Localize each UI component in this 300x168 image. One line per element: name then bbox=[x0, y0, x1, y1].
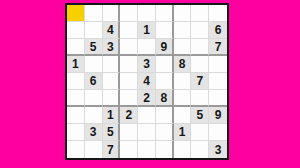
cell-r3c5[interactable] bbox=[138, 39, 156, 56]
given-digit: 3 bbox=[107, 41, 114, 53]
cell-r9c4[interactable] bbox=[120, 141, 138, 158]
given-digit: 8 bbox=[179, 58, 186, 70]
cell-r2c3[interactable]: 4 bbox=[103, 22, 121, 39]
cell-r9c9[interactable]: 3 bbox=[209, 141, 227, 158]
given-digit: 9 bbox=[160, 41, 167, 53]
cell-r4c1[interactable]: 1 bbox=[67, 56, 85, 73]
cell-r8c2[interactable]: 3 bbox=[85, 124, 103, 141]
cell-r2c2[interactable] bbox=[85, 22, 103, 39]
cell-r9c5[interactable] bbox=[138, 141, 156, 158]
cell-r8c1[interactable] bbox=[67, 124, 85, 141]
cell-r6c8[interactable] bbox=[191, 90, 209, 107]
given-digit: 3 bbox=[143, 58, 150, 70]
cell-r8c5[interactable] bbox=[138, 124, 156, 141]
cell-r8c4[interactable] bbox=[120, 124, 138, 141]
cell-r6c2[interactable] bbox=[85, 90, 103, 107]
cell-r1c3[interactable] bbox=[103, 5, 121, 22]
cell-r1c6[interactable] bbox=[156, 5, 174, 22]
cell-r2c9[interactable]: 6 bbox=[209, 22, 227, 39]
cell-r7c4[interactable]: 2 bbox=[120, 107, 138, 124]
cell-r5c3[interactable] bbox=[103, 73, 121, 90]
cell-r7c3[interactable]: 1 bbox=[103, 107, 121, 124]
cell-r4c2[interactable] bbox=[85, 56, 103, 73]
cell-r5c2[interactable]: 6 bbox=[85, 73, 103, 90]
cell-r5c9[interactable] bbox=[209, 73, 227, 90]
cell-r1c8[interactable] bbox=[191, 5, 209, 22]
given-digit: 5 bbox=[196, 109, 203, 121]
cell-r9c3[interactable]: 7 bbox=[103, 141, 121, 158]
cell-r2c4[interactable] bbox=[120, 22, 138, 39]
given-digit: 1 bbox=[72, 58, 79, 70]
given-digit: 5 bbox=[90, 41, 97, 53]
given-digit: 4 bbox=[143, 75, 150, 87]
given-digit: 4 bbox=[107, 24, 114, 36]
given-digit: 5 bbox=[107, 126, 114, 138]
cell-r8c3[interactable]: 5 bbox=[103, 124, 121, 141]
cell-r8c7[interactable]: 1 bbox=[174, 124, 192, 141]
given-digit: 7 bbox=[215, 41, 222, 53]
cell-r2c8[interactable] bbox=[191, 22, 209, 39]
cell-r9c2[interactable] bbox=[85, 141, 103, 158]
cell-r7c9[interactable]: 9 bbox=[209, 107, 227, 124]
cell-r1c2[interactable] bbox=[85, 5, 103, 22]
given-digit: 2 bbox=[125, 109, 132, 121]
cell-r7c5[interactable] bbox=[138, 107, 156, 124]
cell-r6c1[interactable] bbox=[67, 90, 85, 107]
cell-r6c5[interactable]: 2 bbox=[138, 90, 156, 107]
cell-r4c5[interactable]: 3 bbox=[138, 56, 156, 73]
cell-r3c1[interactable] bbox=[67, 39, 85, 56]
cell-r3c4[interactable] bbox=[120, 39, 138, 56]
cell-r7c6[interactable] bbox=[156, 107, 174, 124]
cell-r4c3[interactable] bbox=[103, 56, 121, 73]
cell-r4c9[interactable] bbox=[209, 56, 227, 73]
cell-r5c7[interactable] bbox=[174, 73, 192, 90]
cell-r2c5[interactable]: 1 bbox=[138, 22, 156, 39]
given-digit: 6 bbox=[90, 75, 97, 87]
given-digit: 2 bbox=[143, 92, 150, 104]
given-digit: 9 bbox=[215, 109, 222, 121]
given-digit: 1 bbox=[179, 126, 186, 138]
cell-r5c4[interactable] bbox=[120, 73, 138, 90]
given-digit: 6 bbox=[215, 24, 222, 36]
cell-r1c9[interactable] bbox=[209, 5, 227, 22]
cell-r7c8[interactable]: 5 bbox=[191, 107, 209, 124]
sudoku-board: 416539713864728125935173 bbox=[65, 3, 229, 160]
cell-r9c1[interactable] bbox=[67, 141, 85, 158]
given-digit: 3 bbox=[90, 126, 97, 138]
cell-r2c1[interactable] bbox=[67, 22, 85, 39]
given-digit: 8 bbox=[160, 92, 167, 104]
cell-r9c7[interactable] bbox=[174, 141, 192, 158]
cell-r5c6[interactable] bbox=[156, 73, 174, 90]
given-digit: 3 bbox=[215, 144, 222, 156]
cell-r4c7[interactable]: 8 bbox=[174, 56, 192, 73]
cell-r6c3[interactable] bbox=[103, 90, 121, 107]
cell-r5c5[interactable]: 4 bbox=[138, 73, 156, 90]
cell-r6c4[interactable] bbox=[120, 90, 138, 107]
cell-r2c6[interactable] bbox=[156, 22, 174, 39]
selected-cell[interactable] bbox=[67, 5, 85, 22]
cell-r8c6[interactable] bbox=[156, 124, 174, 141]
cell-r4c8[interactable] bbox=[191, 56, 209, 73]
cell-r8c9[interactable] bbox=[209, 124, 227, 141]
cell-r7c1[interactable] bbox=[67, 107, 85, 124]
cell-r4c4[interactable] bbox=[120, 56, 138, 73]
given-digit: 7 bbox=[107, 144, 114, 156]
cell-r6c6[interactable]: 8 bbox=[156, 90, 174, 107]
cell-r7c7[interactable] bbox=[174, 107, 192, 124]
cell-r9c6[interactable] bbox=[156, 141, 174, 158]
given-digit: 1 bbox=[143, 24, 150, 36]
cell-r6c9[interactable] bbox=[209, 90, 227, 107]
cell-r9c8[interactable] bbox=[191, 141, 209, 158]
cell-r7c2[interactable] bbox=[85, 107, 103, 124]
cell-r3c2[interactable]: 5 bbox=[85, 39, 103, 56]
cell-r5c1[interactable] bbox=[67, 73, 85, 90]
cell-r3c9[interactable]: 7 bbox=[209, 39, 227, 56]
given-digit: 7 bbox=[196, 75, 203, 87]
cell-r6c7[interactable] bbox=[174, 90, 192, 107]
cell-r2c7[interactable] bbox=[174, 22, 192, 39]
cell-r1c5[interactable] bbox=[138, 5, 156, 22]
cell-r3c3[interactable]: 3 bbox=[103, 39, 121, 56]
cell-r3c8[interactable] bbox=[191, 39, 209, 56]
cell-r8c8[interactable] bbox=[191, 124, 209, 141]
given-digit: 1 bbox=[107, 109, 114, 121]
cell-r1c4[interactable] bbox=[120, 5, 138, 22]
cell-r3c6[interactable]: 9 bbox=[156, 39, 174, 56]
cell-r5c8[interactable]: 7 bbox=[191, 73, 209, 90]
cell-r4c6[interactable] bbox=[156, 56, 174, 73]
page-background: 416539713864728125935173 bbox=[0, 0, 300, 168]
cell-r3c7[interactable] bbox=[174, 39, 192, 56]
cell-r1c7[interactable] bbox=[174, 5, 192, 22]
